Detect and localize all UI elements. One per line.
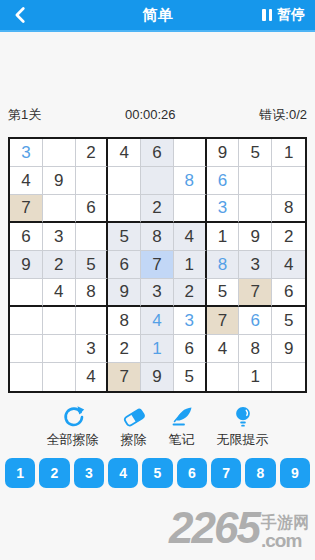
- grid-cell-r8c4[interactable]: 2: [108, 335, 141, 363]
- grid-cell-r3c7[interactable]: 3: [207, 195, 240, 223]
- numpad-button-9[interactable]: 9: [280, 458, 310, 488]
- hint-bulb-icon: [231, 405, 255, 429]
- grid-cell-r1c4[interactable]: 4: [108, 139, 141, 167]
- numpad-button-3[interactable]: 3: [74, 458, 104, 488]
- grid-cell-r6c7[interactable]: 5: [207, 279, 240, 307]
- numpad-button-2[interactable]: 2: [39, 458, 69, 488]
- grid-cell-r3c6[interactable]: [174, 195, 207, 223]
- hint-label: 无限提示: [217, 431, 269, 449]
- pause-button[interactable]: 暂停: [262, 6, 305, 24]
- errors-label: 错误:0/2: [259, 106, 307, 124]
- grid-cell-r8c3[interactable]: 3: [76, 335, 109, 363]
- grid-cell-r7c1[interactable]: [10, 307, 43, 335]
- hint-button[interactable]: 无限提示: [217, 405, 269, 449]
- numpad-button-5[interactable]: 5: [142, 458, 172, 488]
- grid-cell-r1c5[interactable]: 6: [141, 139, 174, 167]
- grid-cell-r8c8[interactable]: 8: [239, 335, 272, 363]
- erase-all-label: 全部擦除: [47, 431, 99, 449]
- board-wrap: 3246951498676238635841929256718344893257…: [8, 137, 307, 393]
- grid-cell-r7c7[interactable]: 7: [207, 307, 240, 335]
- grid-cell-r2c5[interactable]: [141, 167, 174, 195]
- grid-cell-r2c4[interactable]: [108, 167, 141, 195]
- grid-cell-r4c7[interactable]: 1: [207, 223, 240, 251]
- top-bar: 简单 暂停: [0, 0, 315, 32]
- numpad-button-1[interactable]: 1: [5, 458, 35, 488]
- grid-cell-r6c4[interactable]: 9: [108, 279, 141, 307]
- level-label: 第1关: [8, 106, 41, 124]
- grid-cell-r6c8[interactable]: 7: [239, 279, 272, 307]
- notes-label: 笔记: [169, 431, 195, 449]
- grid-cell-r5c3[interactable]: 5: [76, 251, 109, 279]
- grid-cell-r3c3[interactable]: 6: [76, 195, 109, 223]
- numpad-button-4[interactable]: 4: [108, 458, 138, 488]
- watermark-com: .com: [261, 531, 301, 550]
- grid-cell-r9c4[interactable]: 7: [108, 363, 141, 391]
- grid-cell-r5c7[interactable]: 8: [207, 251, 240, 279]
- grid-cell-r9c3[interactable]: 4: [76, 363, 109, 391]
- grid-cell-r1c2[interactable]: [43, 139, 76, 167]
- timer-label: 00:00:26: [125, 107, 176, 122]
- grid-cell-r6c1[interactable]: [10, 279, 43, 307]
- watermark: 2265 手游网 .com: [169, 506, 309, 550]
- grid-cell-r2c1[interactable]: 4: [10, 167, 43, 195]
- grid-cell-r2c8[interactable]: [239, 167, 272, 195]
- numpad: 123456789: [5, 458, 310, 488]
- grid-cell-r6c9[interactable]: 6: [272, 279, 305, 307]
- grid-cell-r5c4[interactable]: 6: [108, 251, 141, 279]
- grid-cell-r8c6[interactable]: 6: [174, 335, 207, 363]
- grid-cell-r8c5[interactable]: 1: [141, 335, 174, 363]
- info-row: 第1关 00:00:26 错误:0/2: [8, 106, 307, 124]
- grid-cell-r8c1[interactable]: [10, 335, 43, 363]
- grid-cell-r3c5[interactable]: 2: [141, 195, 174, 223]
- grid-cell-r1c6[interactable]: [174, 139, 207, 167]
- grid-cell-r2c7[interactable]: 6: [207, 167, 240, 195]
- back-button[interactable]: [10, 1, 38, 29]
- grid-cell-r6c6[interactable]: 2: [174, 279, 207, 307]
- feather-note-icon: [170, 405, 194, 429]
- grid-cell-r5c2[interactable]: 2: [43, 251, 76, 279]
- grid-cell-r1c1[interactable]: 3: [10, 139, 43, 167]
- grid-cell-r4c3[interactable]: [76, 223, 109, 251]
- grid-cell-r9c5[interactable]: 9: [141, 363, 174, 391]
- grid-cell-r1c3[interactable]: 2: [76, 139, 109, 167]
- grid-cell-r4c1[interactable]: 6: [10, 223, 43, 251]
- notes-button[interactable]: 笔记: [169, 405, 195, 449]
- grid-cell-r9c1[interactable]: [10, 363, 43, 391]
- grid-cell-r7c6[interactable]: 3: [174, 307, 207, 335]
- grid-cell-r5c8[interactable]: 3: [239, 251, 272, 279]
- grid-cell-r6c3[interactable]: 8: [76, 279, 109, 307]
- grid-cell-r6c2[interactable]: 4: [43, 279, 76, 307]
- grid-cell-r4c8[interactable]: 9: [239, 223, 272, 251]
- grid-cell-r5c1[interactable]: 9: [10, 251, 43, 279]
- grid-cell-r7c2[interactable]: [43, 307, 76, 335]
- erase-all-refresh-icon: [61, 405, 85, 429]
- erase-label: 擦除: [121, 431, 147, 449]
- grid-cell-r9c2[interactable]: [43, 363, 76, 391]
- pause-icon: [262, 9, 272, 21]
- grid-cell-r2c3[interactable]: [76, 167, 109, 195]
- grid-cell-r5c5[interactable]: 7: [141, 251, 174, 279]
- grid-cell-r2c9[interactable]: [272, 167, 305, 195]
- grid-cell-r7c9[interactable]: 5: [272, 307, 305, 335]
- grid-cell-r4c6[interactable]: 4: [174, 223, 207, 251]
- grid-cell-r3c8[interactable]: [239, 195, 272, 223]
- chevron-left-icon: [10, 4, 32, 26]
- grid-cell-r5c6[interactable]: 1: [174, 251, 207, 279]
- watermark-site: 手游网: [261, 515, 309, 531]
- eraser-icon: [122, 405, 146, 429]
- watermark-number: 2265: [169, 506, 259, 550]
- grid-cell-r3c9[interactable]: 8: [272, 195, 305, 223]
- grid-cell-r3c4[interactable]: [108, 195, 141, 223]
- grid-cell-r5c9[interactable]: 4: [272, 251, 305, 279]
- numpad-button-8[interactable]: 8: [245, 458, 275, 488]
- pause-label: 暂停: [277, 6, 305, 24]
- grid-cell-r8c9[interactable]: 9: [272, 335, 305, 363]
- grid-cell-r7c5[interactable]: 4: [141, 307, 174, 335]
- grid-cell-r8c7[interactable]: 4: [207, 335, 240, 363]
- grid-cell-r8c2[interactable]: [43, 335, 76, 363]
- grid-cell-r6c5[interactable]: 3: [141, 279, 174, 307]
- grid-cell-r7c8[interactable]: 6: [239, 307, 272, 335]
- sudoku-board: 3246951498676238635841929256718344893257…: [8, 137, 307, 393]
- grid-cell-r1c7[interactable]: 9: [207, 139, 240, 167]
- grid-cell-r7c3[interactable]: [76, 307, 109, 335]
- grid-cell-r3c2[interactable]: [43, 195, 76, 223]
- toolbar: 全部擦除 擦除 笔记 无限提示: [0, 405, 315, 449]
- grid-cell-r9c7[interactable]: [207, 363, 240, 391]
- grid-cell-r4c5[interactable]: 8: [141, 223, 174, 251]
- erase-all-button[interactable]: 全部擦除: [47, 405, 99, 449]
- grid-cell-r9c9[interactable]: [272, 363, 305, 391]
- grid-cell-r1c8[interactable]: 5: [239, 139, 272, 167]
- numpad-button-7[interactable]: 7: [211, 458, 241, 488]
- grid-cell-r7c4[interactable]: 8: [108, 307, 141, 335]
- grid-cell-r3c1[interactable]: 7: [10, 195, 43, 223]
- grid-cell-r2c6[interactable]: 8: [174, 167, 207, 195]
- erase-button[interactable]: 擦除: [121, 405, 147, 449]
- grid-cell-r9c8[interactable]: 1: [239, 363, 272, 391]
- grid-cell-r2c2[interactable]: 9: [43, 167, 76, 195]
- numpad-button-6[interactable]: 6: [177, 458, 207, 488]
- grid-cell-r4c9[interactable]: 2: [272, 223, 305, 251]
- grid-cell-r4c2[interactable]: 3: [43, 223, 76, 251]
- grid-cell-r9c6[interactable]: 5: [174, 363, 207, 391]
- grid-cell-r1c9[interactable]: 1: [272, 139, 305, 167]
- grid-cell-r4c4[interactable]: 5: [108, 223, 141, 251]
